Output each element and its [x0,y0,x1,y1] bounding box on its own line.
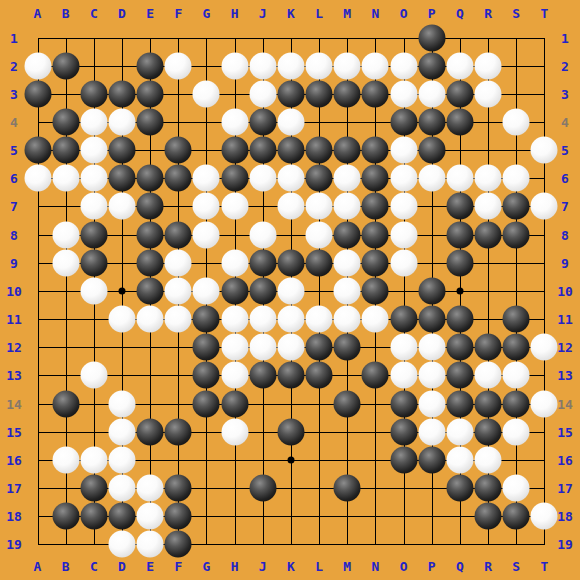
white-stone-A6 [24,165,51,192]
black-stone-G14 [193,390,220,417]
black-stone-N13 [362,362,389,389]
column-label-bottom: P [428,559,436,574]
white-stone-H12 [221,334,248,361]
row-label-left: 18 [6,509,22,524]
column-label-top: G [203,6,211,21]
black-stone-F8 [165,221,192,248]
row-label-left: 14 [6,396,22,411]
black-stone-N9 [362,249,389,276]
black-stone-P16 [418,446,445,473]
column-label-bottom: R [484,559,492,574]
white-stone-H15 [221,418,248,445]
white-stone-D16 [108,446,135,473]
white-stone-K7 [277,193,304,220]
white-stone-G10 [193,277,220,304]
black-stone-Q7 [446,193,473,220]
black-stone-K15 [277,418,304,445]
white-stone-D17 [108,475,135,502]
column-label-top: B [62,6,70,21]
white-stone-H11 [221,306,248,333]
row-label-right: 10 [557,283,573,298]
column-label-bottom: Q [456,559,464,574]
row-label-right: 15 [557,424,573,439]
column-label-top: Q [456,6,464,21]
column-label-top: F [174,6,182,21]
black-stone-P11 [418,306,445,333]
white-stone-F2 [165,52,192,79]
white-stone-M2 [334,52,361,79]
white-stone-O7 [390,193,417,220]
black-stone-D6 [108,165,135,192]
black-stone-Q14 [446,390,473,417]
black-stone-O15 [390,418,417,445]
white-stone-S13 [503,362,530,389]
black-stone-P2 [418,52,445,79]
row-label-left: 15 [6,424,22,439]
white-stone-M6 [334,165,361,192]
black-stone-Q8 [446,221,473,248]
white-stone-H2 [221,52,248,79]
row-label-right: 11 [557,312,573,327]
column-label-bottom: N [371,559,379,574]
row-label-left: 10 [6,283,22,298]
white-stone-N2 [362,52,389,79]
black-stone-F17 [165,475,192,502]
white-stone-E17 [137,475,164,502]
black-stone-S14 [503,390,530,417]
white-stone-Q16 [446,446,473,473]
white-stone-O13 [390,362,417,389]
hoshi-point [456,287,463,294]
row-label-left: 6 [10,171,18,186]
black-stone-R18 [475,503,502,530]
black-stone-P5 [418,137,445,164]
go-board[interactable]: AABBCCDDEEFFGGHHJJKKLLMMNNOOPPQQRRSSTT11… [0,0,580,580]
column-label-bottom: M [343,559,351,574]
black-stone-O14 [390,390,417,417]
grid-line [544,38,545,546]
black-stone-N3 [362,80,389,107]
row-label-right: 13 [557,368,573,383]
white-stone-C6 [80,165,107,192]
black-stone-A3 [24,80,51,107]
row-label-right: 18 [557,509,573,524]
white-stone-K11 [277,306,304,333]
column-label-bottom: C [90,559,98,574]
white-stone-S4 [503,108,530,135]
white-stone-C13 [80,362,107,389]
white-stone-L8 [306,221,333,248]
white-stone-S6 [503,165,530,192]
white-stone-R6 [475,165,502,192]
white-stone-P6 [418,165,445,192]
column-label-top: C [90,6,98,21]
black-stone-D18 [108,503,135,530]
row-label-right: 12 [557,340,573,355]
white-stone-M10 [334,277,361,304]
row-label-right: 16 [557,452,573,467]
black-stone-C8 [80,221,107,248]
white-stone-G3 [193,80,220,107]
row-label-right: 6 [561,171,569,186]
black-stone-J4 [249,108,276,135]
column-label-bottom: T [540,559,548,574]
white-stone-O9 [390,249,417,276]
black-stone-P10 [418,277,445,304]
black-stone-M5 [334,137,361,164]
column-label-top: P [428,6,436,21]
column-label-top: L [315,6,323,21]
white-stone-G7 [193,193,220,220]
black-stone-S11 [503,306,530,333]
black-stone-K9 [277,249,304,276]
white-stone-K12 [277,334,304,361]
black-stone-H14 [221,390,248,417]
black-stone-K5 [277,137,304,164]
white-stone-H13 [221,362,248,389]
black-stone-Q9 [446,249,473,276]
white-stone-T12 [531,334,558,361]
black-stone-S8 [503,221,530,248]
white-stone-O2 [390,52,417,79]
black-stone-M17 [334,475,361,502]
white-stone-O5 [390,137,417,164]
black-stone-K3 [277,80,304,107]
black-stone-G11 [193,306,220,333]
black-stone-R15 [475,418,502,445]
black-stone-O11 [390,306,417,333]
black-stone-H6 [221,165,248,192]
row-label-left: 8 [10,227,18,242]
black-stone-E7 [137,193,164,220]
column-label-bottom: B [62,559,70,574]
black-stone-N10 [362,277,389,304]
black-stone-E6 [137,165,164,192]
black-stone-K13 [277,362,304,389]
column-label-top: E [146,6,154,21]
white-stone-Q2 [446,52,473,79]
white-stone-E18 [137,503,164,530]
black-stone-Q3 [446,80,473,107]
white-stone-B16 [52,446,79,473]
white-stone-M11 [334,306,361,333]
white-stone-D4 [108,108,135,135]
white-stone-T14 [531,390,558,417]
white-stone-O6 [390,165,417,192]
black-stone-F18 [165,503,192,530]
black-stone-E9 [137,249,164,276]
white-stone-H7 [221,193,248,220]
white-stone-S17 [503,475,530,502]
white-stone-C4 [80,108,107,135]
hoshi-point [287,456,294,463]
column-label-bottom: S [512,559,520,574]
white-stone-J8 [249,221,276,248]
black-stone-Q4 [446,108,473,135]
white-stone-C7 [80,193,107,220]
black-stone-M8 [334,221,361,248]
row-label-right: 9 [561,255,569,270]
grid-line [319,38,320,546]
row-label-right: 17 [557,481,573,496]
row-label-left: 12 [6,340,22,355]
white-stone-O3 [390,80,417,107]
row-label-left: 7 [10,199,18,214]
hoshi-point [118,287,125,294]
white-stone-T7 [531,193,558,220]
column-label-bottom: H [231,559,239,574]
black-stone-Q11 [446,306,473,333]
white-stone-G8 [193,221,220,248]
white-stone-D19 [108,531,135,558]
black-stone-H5 [221,137,248,164]
black-stone-B14 [52,390,79,417]
white-stone-J6 [249,165,276,192]
column-label-bottom: A [34,559,42,574]
black-stone-E4 [137,108,164,135]
white-stone-L2 [306,52,333,79]
white-stone-O8 [390,221,417,248]
row-label-right: 4 [561,114,569,129]
black-stone-Q13 [446,362,473,389]
row-label-left: 17 [6,481,22,496]
white-stone-S15 [503,418,530,445]
black-stone-S18 [503,503,530,530]
black-stone-D3 [108,80,135,107]
black-stone-B4 [52,108,79,135]
row-label-left: 11 [6,312,22,327]
row-label-right: 1 [561,30,569,45]
row-label-left: 2 [10,58,18,73]
white-stone-R13 [475,362,502,389]
black-stone-L9 [306,249,333,276]
white-stone-M9 [334,249,361,276]
column-label-bottom: F [174,559,182,574]
black-stone-R17 [475,475,502,502]
black-stone-Q17 [446,475,473,502]
black-stone-F15 [165,418,192,445]
white-stone-Q6 [446,165,473,192]
black-stone-R12 [475,334,502,361]
black-stone-C17 [80,475,107,502]
row-label-left: 19 [6,537,22,552]
column-label-bottom: O [400,559,408,574]
white-stone-T5 [531,137,558,164]
black-stone-C9 [80,249,107,276]
column-label-bottom: J [259,559,267,574]
black-stone-L3 [306,80,333,107]
column-label-top: M [343,6,351,21]
black-stone-Q12 [446,334,473,361]
row-label-left: 16 [6,452,22,467]
black-stone-N7 [362,193,389,220]
white-stone-D14 [108,390,135,417]
white-stone-M7 [334,193,361,220]
black-stone-G13 [193,362,220,389]
black-stone-E2 [137,52,164,79]
column-label-bottom: E [146,559,154,574]
white-stone-P14 [418,390,445,417]
black-stone-N8 [362,221,389,248]
black-stone-M3 [334,80,361,107]
column-label-top: J [259,6,267,21]
black-stone-F6 [165,165,192,192]
row-label-left: 13 [6,368,22,383]
white-stone-D11 [108,306,135,333]
white-stone-K2 [277,52,304,79]
black-stone-C18 [80,503,107,530]
black-stone-B5 [52,137,79,164]
black-stone-L12 [306,334,333,361]
black-stone-P4 [418,108,445,135]
column-label-top: R [484,6,492,21]
white-stone-J11 [249,306,276,333]
black-stone-R8 [475,221,502,248]
column-label-top: A [34,6,42,21]
black-stone-E15 [137,418,164,445]
black-stone-E3 [137,80,164,107]
row-label-right: 19 [557,537,573,552]
black-stone-J13 [249,362,276,389]
black-stone-J5 [249,137,276,164]
black-stone-O16 [390,446,417,473]
white-stone-B6 [52,165,79,192]
black-stone-B18 [52,503,79,530]
black-stone-D5 [108,137,135,164]
white-stone-D15 [108,418,135,445]
black-stone-O4 [390,108,417,135]
row-label-left: 4 [10,114,18,129]
column-label-top: N [371,6,379,21]
row-label-left: 1 [10,30,18,45]
white-stone-H4 [221,108,248,135]
white-stone-L11 [306,306,333,333]
black-stone-L6 [306,165,333,192]
row-label-right: 5 [561,143,569,158]
black-stone-B2 [52,52,79,79]
row-label-right: 7 [561,199,569,214]
white-stone-H9 [221,249,248,276]
black-stone-S12 [503,334,530,361]
white-stone-P3 [418,80,445,107]
black-stone-N6 [362,165,389,192]
column-label-top: K [287,6,295,21]
black-stone-N5 [362,137,389,164]
row-label-left: 9 [10,255,18,270]
white-stone-G6 [193,165,220,192]
white-stone-F9 [165,249,192,276]
white-stone-B9 [52,249,79,276]
black-stone-J17 [249,475,276,502]
black-stone-J9 [249,249,276,276]
black-stone-A5 [24,137,51,164]
black-stone-R14 [475,390,502,417]
white-stone-P15 [418,418,445,445]
row-label-right: 14 [557,396,573,411]
white-stone-N11 [362,306,389,333]
white-stone-D7 [108,193,135,220]
column-label-top: S [512,6,520,21]
white-stone-K6 [277,165,304,192]
black-stone-C3 [80,80,107,107]
white-stone-E11 [137,306,164,333]
white-stone-O12 [390,334,417,361]
black-stone-L13 [306,362,333,389]
black-stone-M12 [334,334,361,361]
row-label-left: 5 [10,143,18,158]
black-stone-M14 [334,390,361,417]
white-stone-R2 [475,52,502,79]
column-label-bottom: G [203,559,211,574]
white-stone-J3 [249,80,276,107]
white-stone-R7 [475,193,502,220]
white-stone-Q15 [446,418,473,445]
row-label-right: 2 [561,58,569,73]
column-label-bottom: K [287,559,295,574]
white-stone-C10 [80,277,107,304]
black-stone-H10 [221,277,248,304]
black-stone-S7 [503,193,530,220]
black-stone-P1 [418,24,445,51]
column-label-top: H [231,6,239,21]
white-stone-P13 [418,362,445,389]
black-stone-G12 [193,334,220,361]
white-stone-P12 [418,334,445,361]
white-stone-K4 [277,108,304,135]
white-stone-J12 [249,334,276,361]
white-stone-E19 [137,531,164,558]
white-stone-R3 [475,80,502,107]
white-stone-R16 [475,446,502,473]
white-stone-F10 [165,277,192,304]
column-label-top: D [118,6,126,21]
white-stone-A2 [24,52,51,79]
column-label-top: O [400,6,408,21]
row-label-right: 8 [561,227,569,242]
row-label-left: 3 [10,86,18,101]
white-stone-C16 [80,446,107,473]
column-label-top: T [540,6,548,21]
white-stone-F11 [165,306,192,333]
white-stone-T18 [531,503,558,530]
column-label-bottom: L [315,559,323,574]
black-stone-F5 [165,137,192,164]
black-stone-F19 [165,531,192,558]
white-stone-J2 [249,52,276,79]
white-stone-L7 [306,193,333,220]
white-stone-B8 [52,221,79,248]
black-stone-J10 [249,277,276,304]
row-label-right: 3 [561,86,569,101]
black-stone-E10 [137,277,164,304]
black-stone-E8 [137,221,164,248]
column-label-bottom: D [118,559,126,574]
white-stone-K10 [277,277,304,304]
black-stone-L5 [306,137,333,164]
white-stone-C5 [80,137,107,164]
